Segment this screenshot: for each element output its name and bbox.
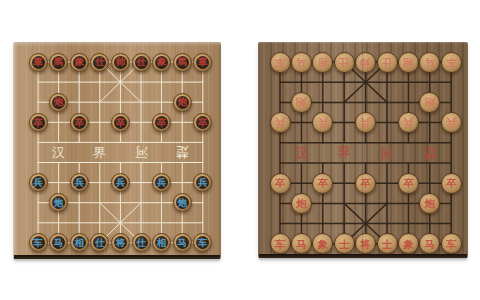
board-fold-seam — [362, 42, 364, 254]
xiangqi-piece[interactable]: 車 — [193, 53, 212, 72]
piece-face: 仕 — [135, 236, 148, 249]
xiangqi-piece[interactable]: 卒 — [111, 113, 130, 132]
piece-character: 馬 — [177, 57, 187, 67]
xiangqi-piece[interactable]: 士 — [334, 233, 355, 254]
xiangqi-piece[interactable]: 相 — [312, 52, 333, 73]
piece-character: 相 — [403, 57, 414, 68]
piece-character: 炮 — [425, 97, 436, 108]
piece-character: 兵 — [33, 178, 43, 188]
xiangqi-piece[interactable]: 车 — [270, 52, 291, 73]
xiangqi-piece[interactable]: 相 — [398, 52, 419, 73]
river-label: 楚 — [423, 146, 437, 160]
piece-face: 炮 — [52, 196, 65, 209]
piece-character: 炮 — [54, 97, 64, 107]
xiangqi-piece[interactable]: 车 — [270, 233, 291, 254]
piece-character: 卒 — [116, 118, 126, 128]
piece-character: 卒 — [157, 118, 167, 128]
xiangqi-piece[interactable]: 仕 — [132, 53, 151, 72]
xiangqi-piece[interactable]: 马 — [173, 233, 192, 252]
xiangqi-piece[interactable]: 马 — [291, 52, 312, 73]
xiangqi-piece[interactable]: 象 — [152, 53, 171, 72]
piece-character: 车 — [446, 239, 457, 250]
board-front-edge — [259, 254, 467, 258]
piece-character: 仕 — [95, 57, 105, 67]
piece-character: 炮 — [296, 97, 307, 108]
xiangqi-piece[interactable]: 卒 — [312, 173, 333, 194]
xiangqi-piece[interactable]: 卒 — [193, 113, 212, 132]
xiangqi-piece[interactable]: 兵 — [111, 173, 130, 192]
piece-character: 车 — [275, 239, 286, 250]
piece-character: 车 — [198, 238, 208, 248]
piece-face: 卒 — [32, 116, 45, 129]
piece-character: 马 — [54, 238, 64, 248]
xiangqi-piece[interactable]: 卒 — [398, 173, 419, 194]
xiangqi-piece[interactable]: 炮 — [173, 193, 192, 212]
xiangqi-piece[interactable]: 马 — [419, 52, 440, 73]
xiangqi-piece[interactable]: 兵 — [70, 173, 89, 192]
xiangqi-piece[interactable]: 炮 — [291, 92, 312, 113]
piece-character: 象 — [157, 57, 167, 67]
xiangqi-piece[interactable]: 象 — [70, 53, 89, 72]
board-right: 汉界河楚车马相仕帅仕相马车炮炮兵兵兵兵兵卒卒卒卒卒炮炮车马象士将士象马车 — [258, 42, 468, 258]
piece-character: 象 — [74, 57, 84, 67]
photo-stage: 汉界河楚車馬象仕帅仕象馬車炮炮卒卒卒卒卒兵兵兵兵兵炮炮车马相仕将仕相马车 汉界河… — [0, 0, 480, 300]
piece-face: 卒 — [196, 116, 209, 129]
piece-face: 车 — [196, 236, 209, 249]
piece-character: 卒 — [403, 178, 414, 189]
xiangqi-piece[interactable]: 车 — [441, 233, 462, 254]
piece-face: 卒 — [155, 116, 168, 129]
piece-face: 相 — [155, 236, 168, 249]
piece-face: 马 — [52, 236, 65, 249]
piece-face: 马 — [176, 236, 189, 249]
xiangqi-piece[interactable]: 炮 — [49, 93, 68, 112]
xiangqi-piece[interactable]: 帅 — [111, 53, 130, 72]
river-label: 界 — [337, 146, 351, 160]
piece-face: 象 — [73, 56, 86, 69]
piece-character: 兵 — [116, 178, 126, 188]
piece-character: 兵 — [318, 117, 329, 128]
piece-face: 兵 — [196, 176, 209, 189]
piece-character: 车 — [275, 57, 286, 68]
xiangqi-piece[interactable]: 車 — [29, 53, 48, 72]
piece-character: 兵 — [446, 117, 457, 128]
piece-face: 車 — [196, 56, 209, 69]
piece-character: 炮 — [425, 198, 436, 209]
xiangqi-piece[interactable]: 卒 — [29, 113, 48, 132]
piece-face: 馬 — [52, 56, 65, 69]
piece-face: 仕 — [135, 56, 148, 69]
piece-character: 马 — [296, 57, 307, 68]
piece-face: 相 — [73, 236, 86, 249]
piece-character: 仕 — [95, 238, 105, 248]
piece-character: 卒 — [74, 118, 84, 128]
piece-face: 兵 — [73, 176, 86, 189]
piece-character: 象 — [318, 239, 329, 250]
board-left: 汉界河楚車馬象仕帅仕象馬車炮炮卒卒卒卒卒兵兵兵兵兵炮炮车马相仕将仕相马车 — [13, 42, 221, 259]
piece-face: 仕 — [93, 56, 106, 69]
xiangqi-piece[interactable]: 士 — [377, 233, 398, 254]
piece-face: 車 — [32, 56, 45, 69]
piece-face: 仕 — [93, 236, 106, 249]
piece-character: 仕 — [136, 57, 146, 67]
piece-character: 卒 — [275, 178, 286, 189]
piece-character: 兵 — [403, 117, 414, 128]
xiangqi-piece[interactable]: 卒 — [270, 173, 291, 194]
piece-character: 兵 — [198, 178, 208, 188]
xiangqi-piece[interactable]: 卒 — [441, 173, 462, 194]
xiangqi-piece[interactable]: 仕 — [377, 52, 398, 73]
xiangqi-piece[interactable]: 仕 — [334, 52, 355, 73]
piece-character: 马 — [177, 238, 187, 248]
piece-character: 炮 — [296, 198, 307, 209]
xiangqi-piece[interactable]: 车 — [441, 52, 462, 73]
xiangqi-piece[interactable]: 馬 — [173, 53, 192, 72]
piece-character: 車 — [198, 57, 208, 67]
piece-character: 车 — [33, 238, 43, 248]
piece-character: 仕 — [339, 57, 350, 68]
xiangqi-piece[interactable]: 卒 — [152, 113, 171, 132]
piece-character: 仕 — [382, 57, 393, 68]
piece-character: 卒 — [198, 118, 208, 128]
river-label: 河 — [135, 146, 148, 159]
xiangqi-piece[interactable]: 仕 — [90, 53, 109, 72]
river-label: 界 — [93, 146, 106, 159]
piece-character: 车 — [446, 57, 457, 68]
xiangqi-piece[interactable]: 兵 — [441, 112, 462, 133]
piece-character: 相 — [318, 57, 329, 68]
piece-character: 象 — [403, 239, 414, 250]
piece-face: 炮 — [176, 96, 189, 109]
xiangqi-piece[interactable]: 卒 — [70, 113, 89, 132]
piece-face: 兵 — [32, 176, 45, 189]
piece-character: 仕 — [136, 238, 146, 248]
board-front-edge — [14, 255, 220, 259]
xiangqi-piece[interactable]: 车 — [29, 233, 48, 252]
piece-character: 兵 — [275, 117, 286, 128]
piece-face: 炮 — [176, 196, 189, 209]
xiangqi-piece[interactable]: 兵 — [398, 112, 419, 133]
piece-character: 兵 — [74, 178, 84, 188]
piece-face: 卒 — [73, 116, 86, 129]
xiangqi-piece[interactable]: 帅 — [355, 52, 376, 73]
xiangqi-piece[interactable]: 兵 — [270, 112, 291, 133]
piece-character: 車 — [33, 57, 43, 67]
piece-face: 将 — [114, 236, 127, 249]
piece-character: 马 — [425, 57, 436, 68]
xiangqi-piece[interactable]: 相 — [70, 233, 89, 252]
river-label: 河 — [380, 146, 394, 160]
xiangqi-piece[interactable]: 兵 — [29, 173, 48, 192]
piece-character: 士 — [339, 239, 350, 250]
piece-character: 马 — [296, 239, 307, 250]
piece-character: 相 — [74, 238, 84, 248]
piece-character: 将 — [116, 238, 126, 248]
piece-face: 帅 — [114, 56, 127, 69]
piece-face: 馬 — [176, 56, 189, 69]
piece-character: 兵 — [157, 178, 167, 188]
piece-character: 卒 — [318, 178, 329, 189]
river-label: 汉 — [52, 146, 65, 159]
xiangqi-piece[interactable]: 仕 — [132, 233, 151, 252]
river-label: 汉 — [295, 146, 309, 160]
piece-character: 炮 — [54, 198, 64, 208]
piece-character: 馬 — [54, 57, 64, 67]
xiangqi-piece[interactable]: 卒 — [355, 173, 376, 194]
piece-character: 炮 — [177, 198, 187, 208]
piece-face: 象 — [155, 56, 168, 69]
piece-face: 兵 — [114, 176, 127, 189]
piece-character: 相 — [157, 238, 167, 248]
piece-character: 马 — [425, 239, 436, 250]
piece-character: 卒 — [446, 178, 457, 189]
piece-character: 帅 — [116, 57, 126, 67]
piece-face: 车 — [32, 236, 45, 249]
piece-character: 卒 — [33, 118, 43, 128]
xiangqi-grid — [13, 42, 221, 259]
xiangqi-piece[interactable]: 炮 — [291, 193, 312, 214]
piece-face: 兵 — [155, 176, 168, 189]
xiangqi-piece[interactable]: 馬 — [49, 53, 68, 72]
piece-character: 炮 — [177, 97, 187, 107]
piece-face: 卒 — [114, 116, 127, 129]
xiangqi-piece[interactable]: 炮 — [173, 93, 192, 112]
piece-face: 炮 — [52, 96, 65, 109]
river-label: 楚 — [176, 146, 189, 159]
piece-character: 士 — [382, 239, 393, 250]
